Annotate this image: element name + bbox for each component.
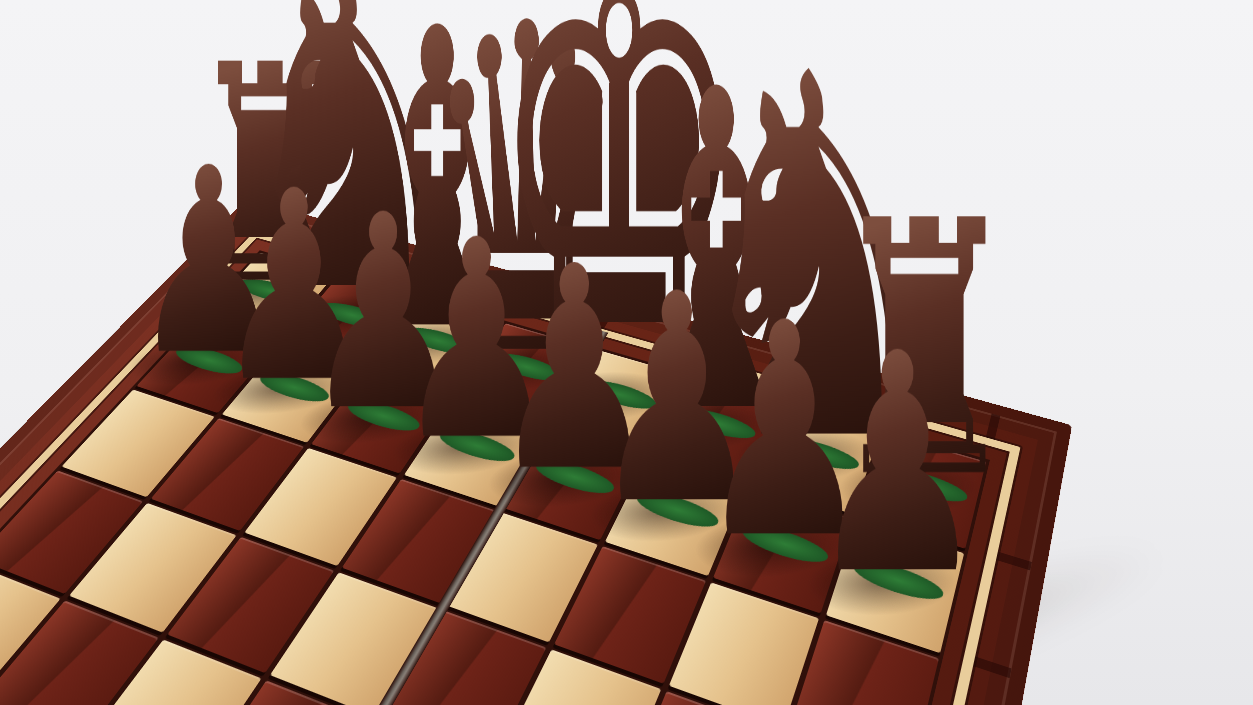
studio-backdrop: ♜♞♝♛♚♝♞♜♟♟♟♟♟♟♟♟ [0,0,1253,705]
piece-black-pawn-h7: ♟ [808,348,986,583]
chess-board: ♜♞♝♛♚♝♞♜♟♟♟♟♟♟♟♟ [0,199,1072,705]
